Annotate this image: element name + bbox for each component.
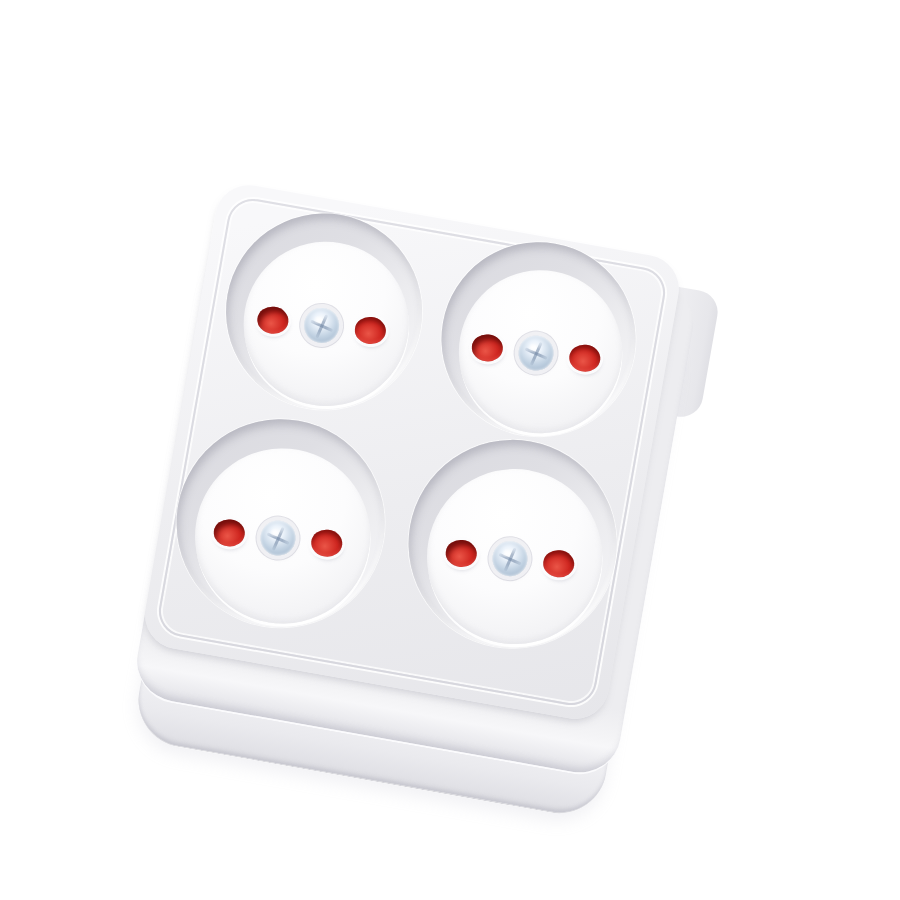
screw-cross-icon [487, 535, 533, 581]
center-screw [302, 306, 340, 344]
center-screw [517, 333, 555, 371]
pin-hole-right [568, 343, 602, 373]
center-screw [259, 518, 297, 556]
screw-cross-icon [299, 302, 345, 348]
socket-block [140, 180, 684, 724]
pin-hole-right [542, 548, 576, 578]
screw-cross-icon [255, 514, 301, 560]
pin-hole-right [310, 528, 344, 558]
pin-hole-left [444, 538, 478, 568]
pin-hole-left [256, 305, 290, 335]
screw-cross-icon [513, 330, 559, 376]
product-photo-scene [0, 0, 900, 900]
face-plate [140, 180, 684, 724]
pin-hole-left [213, 517, 247, 547]
pin-hole-left [471, 332, 505, 362]
pin-hole-right [354, 315, 388, 345]
center-screw [491, 539, 529, 577]
